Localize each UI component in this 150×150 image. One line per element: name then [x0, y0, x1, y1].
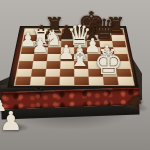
captured-pieces: ♟♟♞ [0, 0, 150, 150]
captured-black-knight-fallen[interactable]: ♞ [123, 91, 145, 111]
scene: ♜♚♜♟♟♟♝♛♟♜♞♛♟♟♟♟♟♝♜♚ ♟♟♞ [0, 0, 150, 150]
captured-white-pawn-edge[interactable]: ♟ [0, 99, 7, 114]
